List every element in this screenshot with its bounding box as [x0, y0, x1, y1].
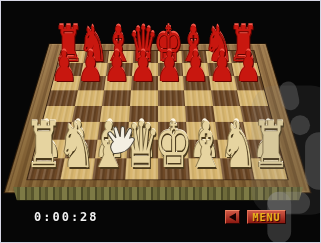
- pieces-layer: ♜♞♝♛♚♝♞♜♟♟♟♟♟♟♟♟♟♟♟♟♟♟♟♟♜♞♝♛♚♝♞♜: [1, 1, 320, 242]
- square-a5[interactable]: [47, 90, 78, 105]
- square-b5[interactable]: [75, 90, 105, 105]
- piece-red-pawn-c7[interactable]: ♟: [104, 46, 130, 88]
- back-button[interactable]: [225, 210, 240, 224]
- piece-white-rook-h1[interactable]: ♜: [252, 114, 290, 177]
- menu-button[interactable]: MENU: [247, 210, 286, 224]
- board-front-edge: [13, 187, 303, 201]
- square-h5[interactable]: [237, 90, 268, 105]
- game-clock: 0:00:28: [34, 210, 99, 224]
- piece-red-pawn-f7[interactable]: ♟: [183, 46, 209, 88]
- hand-cursor-icon: [103, 123, 145, 155]
- hud-controls: MENU: [225, 210, 286, 224]
- left-triangle-icon: [229, 213, 236, 221]
- piece-red-pawn-a7[interactable]: ♟: [51, 46, 77, 88]
- game-screen: ♜♞♝♛♚♝♞♜♟♟♟♟♟♟♟♟♟♟♟♟♟♟♟♟♜♞♝♛♚♝♞♜ 0:00:28…: [0, 0, 321, 243]
- square-c5[interactable]: [102, 90, 131, 105]
- square-f5[interactable]: [184, 90, 213, 105]
- piece-red-pawn-d7[interactable]: ♟: [130, 46, 156, 88]
- square-e5[interactable]: [158, 90, 186, 105]
- square-d5[interactable]: [130, 90, 158, 105]
- square-g5[interactable]: [211, 90, 241, 105]
- piece-red-pawn-h7[interactable]: ♟: [235, 46, 261, 88]
- piece-red-pawn-b7[interactable]: ♟: [78, 46, 104, 88]
- menu-button-label: MENU: [252, 212, 280, 223]
- piece-red-pawn-g7[interactable]: ♟: [209, 46, 235, 88]
- piece-red-pawn-e7[interactable]: ♟: [157, 46, 183, 88]
